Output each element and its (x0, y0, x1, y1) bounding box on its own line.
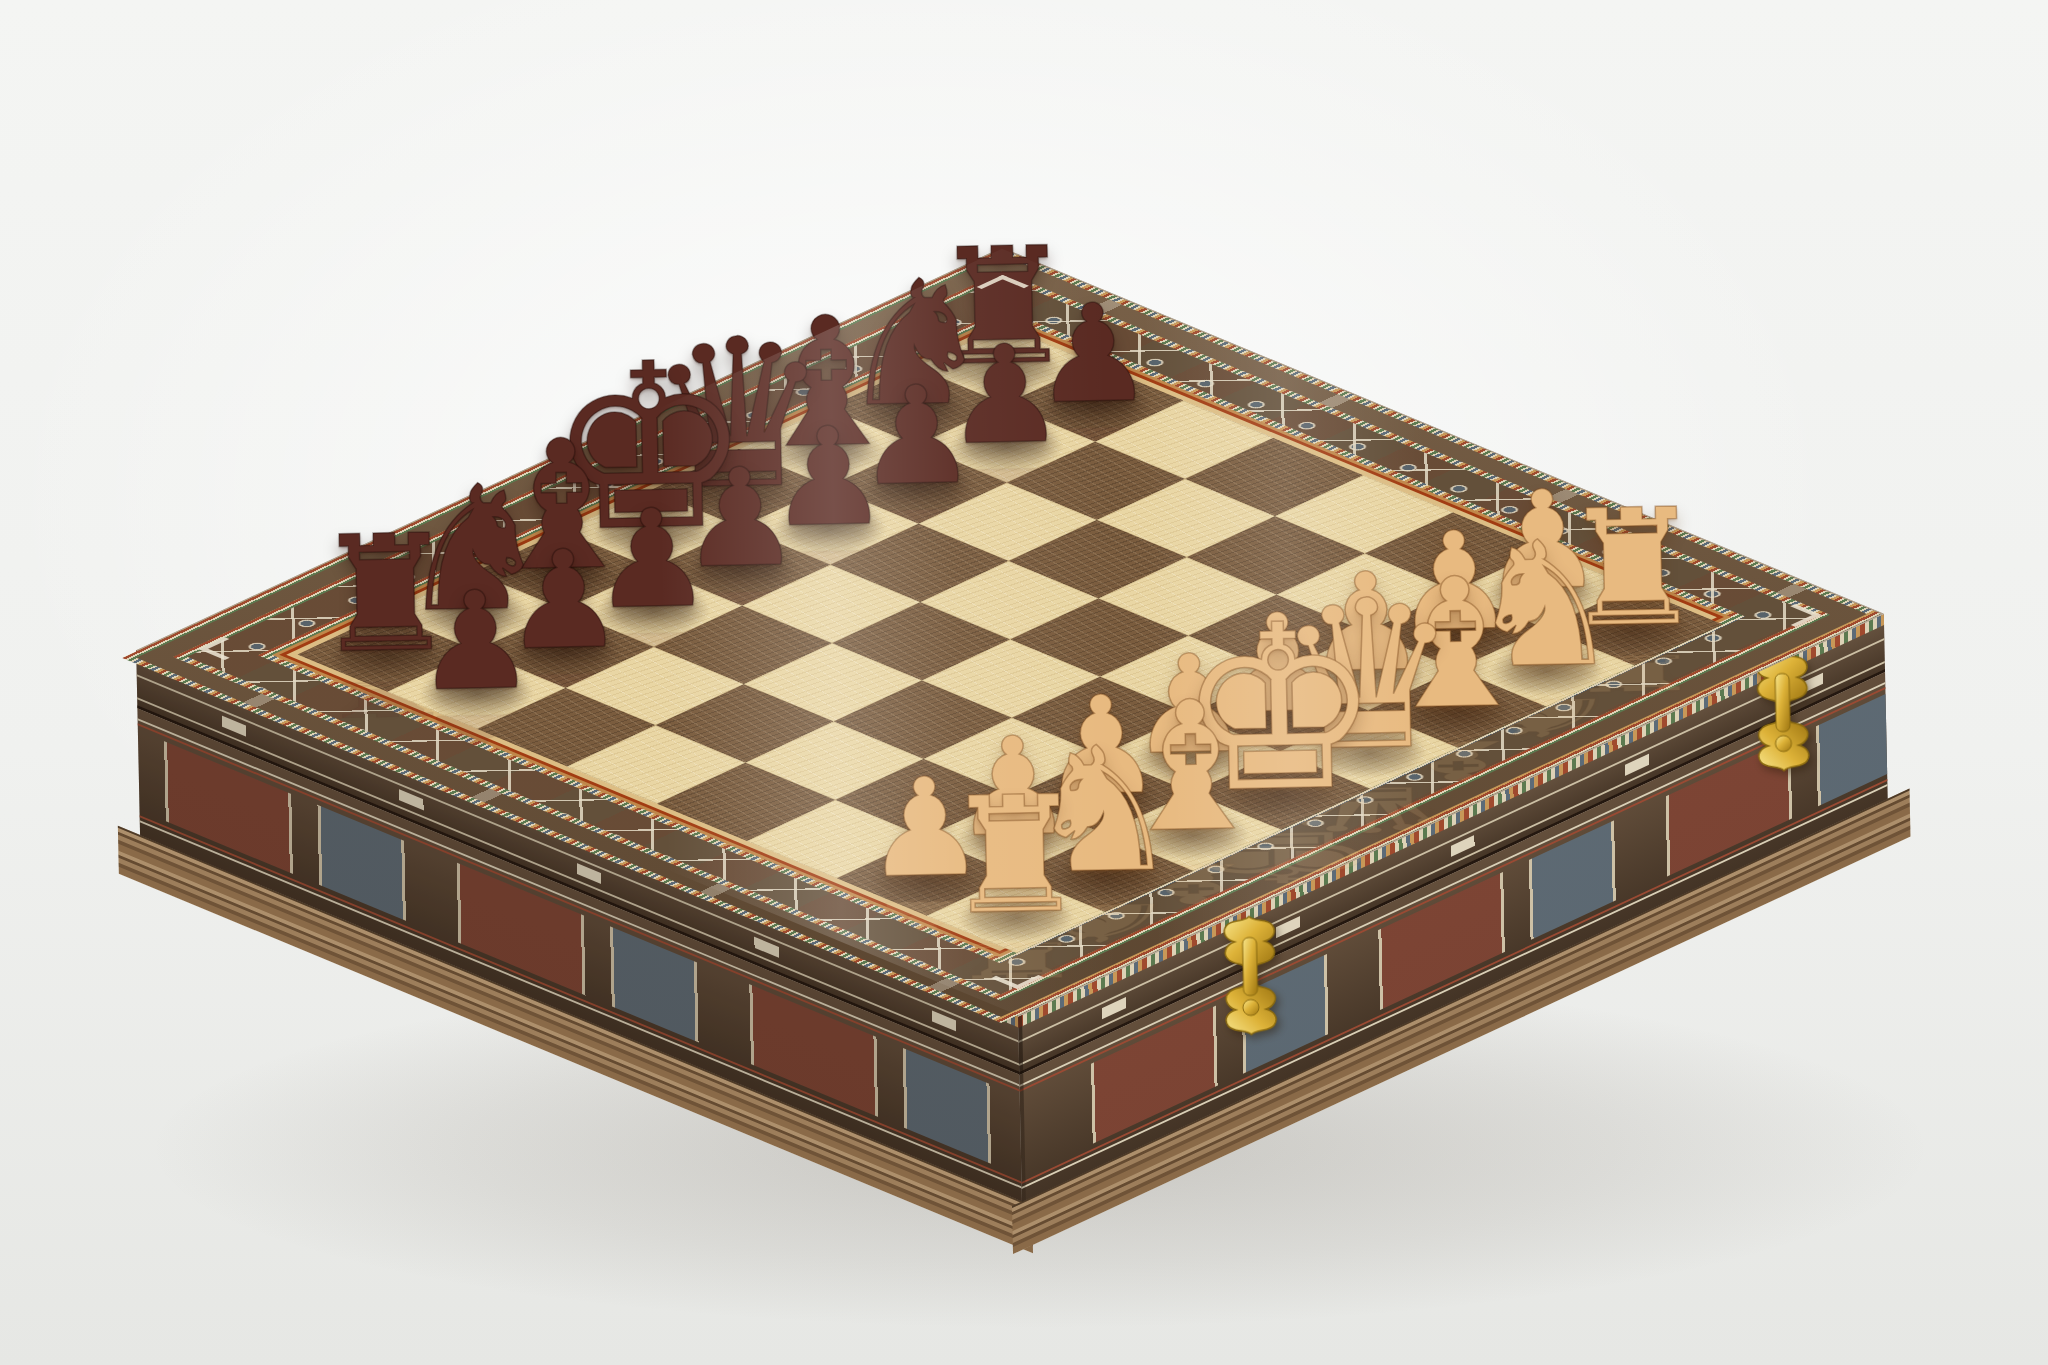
piece-white-rook-h1[interactable]: ♜ (863, 773, 1166, 939)
square-h1[interactable]: ♜♜ (927, 875, 1105, 953)
photo-scene: ♜♜♟♟♟♟♜♜♞♞♟♟♟♟♞♞♝♝♟♟♟♟♝♝♛♛♟♟♟♟♛♛♚♚♟♟♟♟♚♚… (0, 0, 2048, 1365)
piece-black-pawn-h7[interactable]: ♟ (324, 571, 627, 712)
